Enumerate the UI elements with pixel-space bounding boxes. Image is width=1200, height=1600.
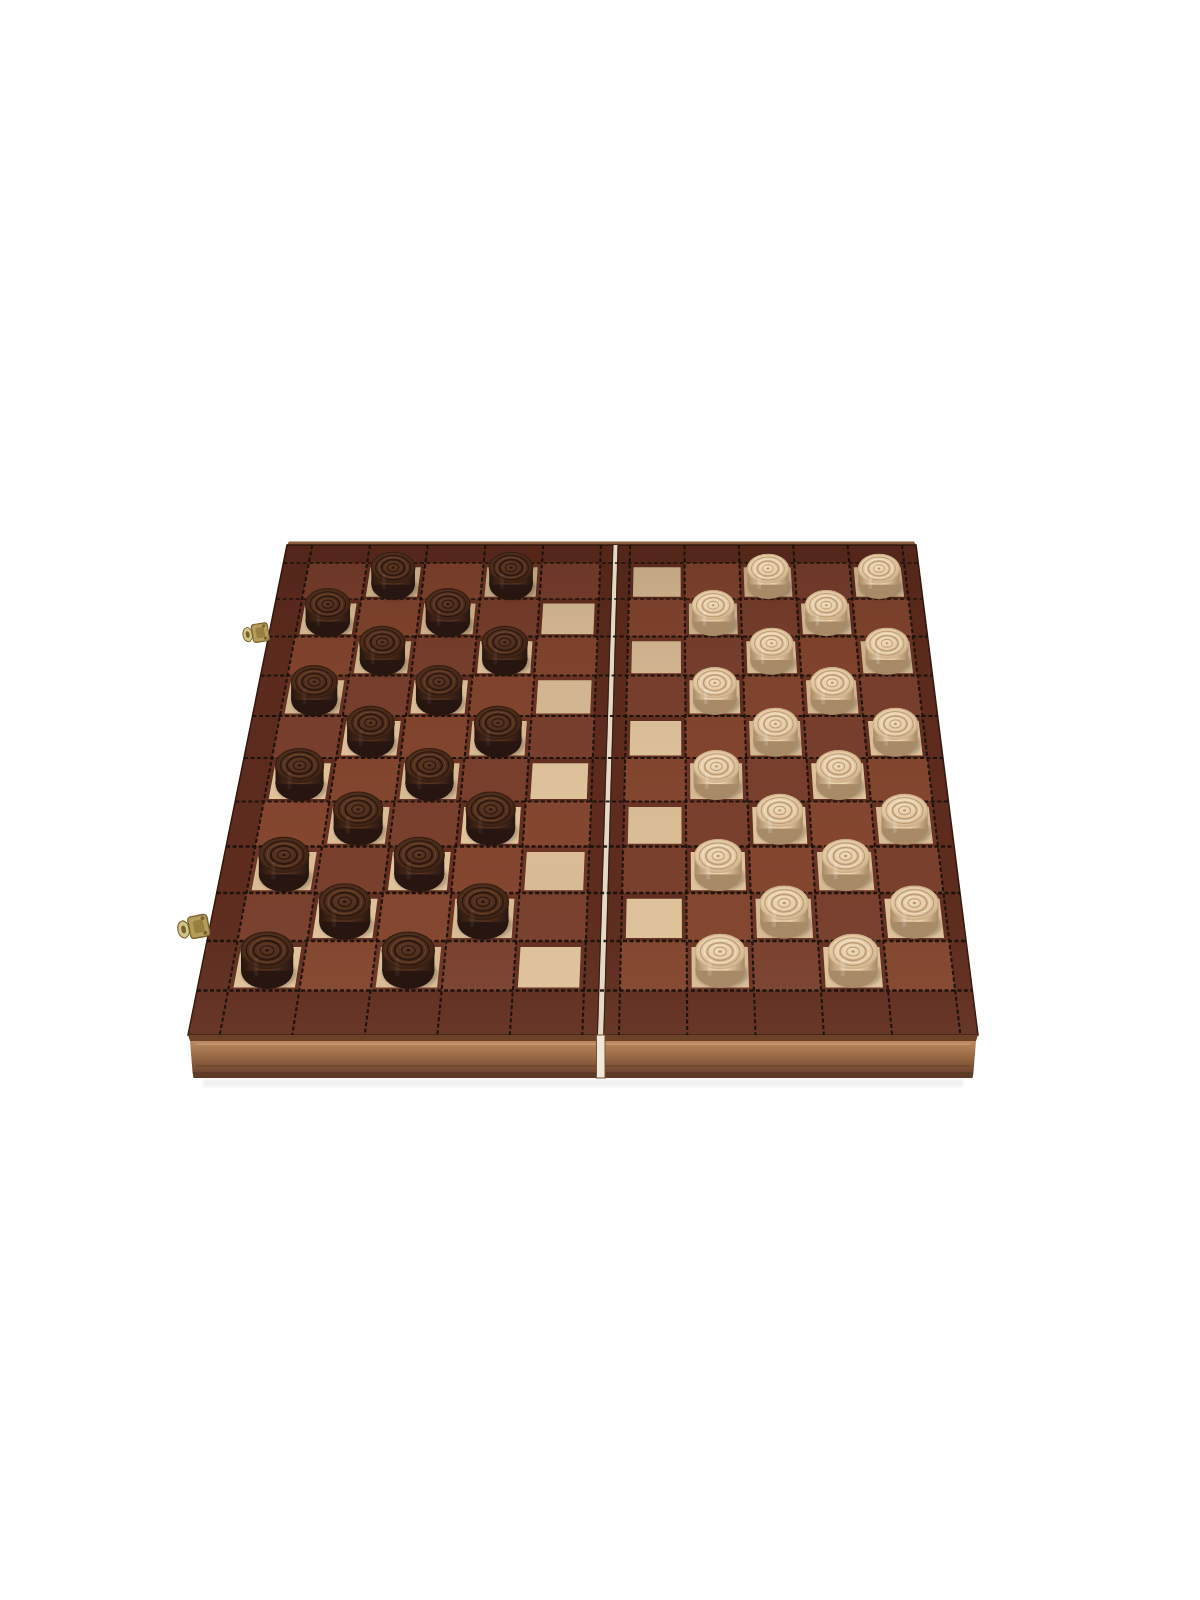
dark-piece[interactable] bbox=[319, 884, 374, 940]
light-piece[interactable] bbox=[695, 839, 746, 891]
light-piece[interactable] bbox=[747, 554, 791, 600]
light-piece[interactable] bbox=[693, 668, 740, 716]
board-rim bbox=[193, 1072, 974, 1078]
light-piece[interactable] bbox=[753, 708, 801, 757]
product-photo bbox=[0, 0, 1200, 1600]
brass-clasp bbox=[242, 622, 270, 644]
light-piece[interactable] bbox=[873, 708, 921, 757]
board-shadow bbox=[203, 1079, 963, 1087]
dark-piece[interactable] bbox=[466, 792, 519, 846]
board-rim bbox=[188, 1035, 978, 1041]
dark-piece[interactable] bbox=[489, 552, 536, 600]
dark-piece[interactable] bbox=[474, 706, 525, 758]
dark-piece[interactable] bbox=[416, 666, 466, 717]
dark-piece[interactable] bbox=[259, 837, 313, 892]
light-piece[interactable] bbox=[750, 628, 796, 675]
light-piece[interactable] bbox=[858, 554, 902, 600]
light-piece[interactable] bbox=[866, 628, 912, 675]
dark-piece[interactable] bbox=[241, 932, 297, 989]
dark-piece[interactable] bbox=[360, 626, 409, 676]
brass-clasp bbox=[176, 914, 211, 941]
dark-piece[interactable] bbox=[334, 792, 387, 846]
light-piece[interactable] bbox=[816, 751, 865, 801]
light-piece[interactable] bbox=[692, 591, 737, 637]
light-piece[interactable] bbox=[695, 934, 748, 988]
light-piece[interactable] bbox=[890, 886, 942, 939]
light-piece[interactable] bbox=[881, 794, 931, 845]
dark-piece[interactable] bbox=[482, 626, 531, 676]
draughts-board bbox=[0, 0, 1200, 1600]
dark-piece[interactable] bbox=[291, 666, 341, 717]
dark-piece[interactable] bbox=[457, 884, 512, 940]
light-piece[interactable] bbox=[694, 751, 743, 801]
light-piece[interactable] bbox=[805, 591, 850, 637]
dark-piece[interactable] bbox=[394, 837, 448, 892]
dark-piece[interactable] bbox=[276, 749, 328, 802]
light-piece[interactable] bbox=[760, 886, 812, 939]
dark-piece[interactable] bbox=[382, 932, 438, 989]
dark-piece[interactable] bbox=[426, 589, 474, 638]
dark-piece[interactable] bbox=[405, 749, 457, 802]
board-rim bbox=[190, 1041, 976, 1072]
light-piece[interactable] bbox=[811, 668, 858, 716]
dark-piece[interactable] bbox=[371, 552, 418, 600]
dark-piece[interactable] bbox=[347, 706, 398, 758]
light-piece[interactable] bbox=[822, 839, 873, 891]
light-piece[interactable] bbox=[828, 934, 881, 988]
rim-seam-gap bbox=[597, 1035, 606, 1078]
dark-piece[interactable] bbox=[306, 589, 354, 638]
light-piece[interactable] bbox=[757, 794, 807, 845]
